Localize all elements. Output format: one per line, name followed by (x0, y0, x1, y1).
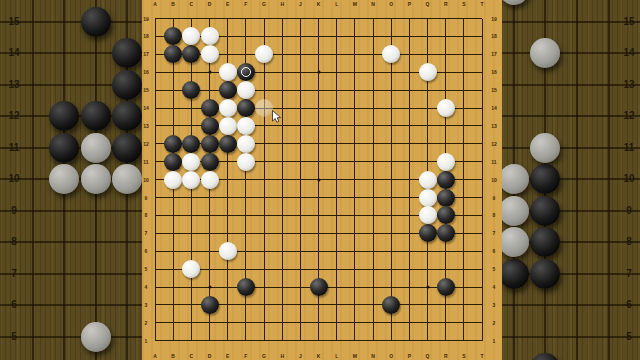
column-label-top: O (389, 1, 393, 6)
panel-stone-white (502, 196, 529, 226)
grid-line-vertical (463, 19, 464, 341)
row-label-left: 13 (143, 123, 149, 128)
grid-line-vertical (409, 19, 410, 341)
stone-black (164, 135, 182, 153)
row-label-left: 14 (143, 106, 149, 111)
right-blur-panel: 15141312111098765 (502, 0, 640, 360)
row-label-left: 17 (143, 52, 149, 57)
column-label-bottom: N (371, 353, 375, 358)
column-label-top: T (481, 1, 484, 6)
column-label-top: E (226, 1, 229, 6)
grid-line-vertical (354, 19, 355, 341)
grid-line-vertical (391, 19, 392, 341)
stone-black (219, 81, 237, 99)
grid-line-horizontal (502, 52, 640, 54)
stone-black (237, 99, 255, 117)
panel-stone-black (49, 133, 79, 163)
stone-white (182, 153, 200, 171)
row-label-left: 8 (145, 213, 148, 218)
stone-white (219, 63, 237, 81)
stone-black (437, 206, 455, 224)
grid-line-horizontal (0, 273, 142, 275)
column-label-top: H (280, 1, 284, 6)
stone-white (419, 171, 437, 189)
column-label-bottom: T (481, 353, 484, 358)
grid-line-horizontal (155, 269, 482, 270)
panel-stone-black (112, 70, 142, 100)
panel-stone-black (49, 101, 79, 131)
row-label-left: 11 (143, 159, 148, 164)
row-label-right: 13 (491, 123, 497, 128)
star-point (317, 71, 320, 74)
row-label-left: 5 (145, 267, 148, 272)
row-label-left: 9 (145, 195, 148, 200)
grid-line-vertical (482, 19, 483, 341)
stone-white (219, 117, 237, 135)
stone-black (182, 135, 200, 153)
row-label-left: 15 (143, 88, 149, 93)
row-label-right: 18 (491, 34, 497, 39)
column-label-top: G (262, 1, 266, 6)
stone-white (219, 242, 237, 260)
column-label-bottom: D (208, 353, 212, 358)
stone-white (237, 81, 255, 99)
ghost-stone-preview (255, 99, 273, 117)
row-label-right: 10 (491, 177, 497, 182)
panel-stone-white (502, 0, 529, 5)
column-label-top: A (153, 1, 157, 6)
column-label-bottom: K (317, 353, 321, 358)
column-label-top: Q (426, 1, 430, 6)
row-label-right: 19 (491, 16, 497, 21)
row-label-right: 1 (493, 338, 496, 343)
panel-stone-black (81, 7, 111, 37)
row-label-right: 8 (493, 213, 496, 218)
column-label-top: J (299, 1, 302, 6)
stone-white (382, 45, 400, 63)
column-label-top: D (208, 1, 212, 6)
row-label-left: 2 (145, 320, 148, 325)
star-point (208, 71, 211, 74)
row-label-left: 1 (145, 338, 148, 343)
panel-stone-black (530, 164, 560, 194)
row-label-right: 2 (493, 320, 496, 325)
row-label-left: 18 (143, 34, 149, 39)
stone-black (182, 81, 200, 99)
grid-line-horizontal (502, 304, 640, 306)
panel-stone-black (112, 38, 142, 68)
stone-white (255, 45, 273, 63)
row-label-right: 17 (491, 52, 497, 57)
grid-line-horizontal (0, 210, 142, 212)
panel-row-label: 14 (8, 48, 19, 58)
star-point (208, 286, 211, 289)
row-label-left: 3 (145, 302, 148, 307)
panel-row-label: 11 (624, 143, 635, 153)
panel-stone-white (81, 133, 111, 163)
row-label-left: 6 (145, 249, 148, 254)
panel-stone-white (530, 38, 560, 68)
column-label-bottom: H (280, 353, 284, 358)
panel-row-label: 10 (623, 174, 634, 184)
stone-black (310, 278, 328, 296)
column-label-top: L (335, 1, 338, 6)
panel-stone-black (112, 101, 142, 131)
column-label-bottom: P (408, 353, 411, 358)
grid-line-horizontal (0, 304, 142, 306)
stone-white (182, 260, 200, 278)
panel-row-label: 14 (623, 48, 634, 58)
panel-stone-black (530, 196, 560, 226)
stone-black (201, 135, 219, 153)
stone-white (201, 171, 219, 189)
panel-stone-black (112, 133, 142, 163)
panel-row-label: 13 (8, 80, 19, 90)
row-label-left: 4 (145, 285, 148, 290)
stone-black (164, 153, 182, 171)
panel-row-label: 8 (11, 237, 17, 247)
column-label-bottom: G (262, 353, 266, 358)
panel-row-label: 15 (623, 17, 634, 27)
column-label-top: P (408, 1, 411, 6)
row-label-right: 14 (491, 106, 497, 111)
column-label-top: F (244, 1, 247, 6)
panel-stone-white (502, 227, 529, 257)
column-label-top: R (444, 1, 448, 6)
star-point (426, 286, 429, 289)
panel-stone-black (502, 259, 529, 289)
column-label-bottom: E (226, 353, 229, 358)
grid-line-horizontal (502, 147, 640, 149)
column-label-bottom: L (335, 353, 338, 358)
grid-line-horizontal (155, 251, 482, 252)
video-frame: 15141312111098765 AABBCCDDEEFFGGHHJJKKLL… (0, 0, 640, 360)
column-label-bottom: M (353, 353, 357, 358)
row-label-right: 15 (491, 88, 497, 93)
stone-black (219, 135, 237, 153)
column-label-bottom: O (389, 353, 393, 358)
row-label-right: 11 (491, 159, 496, 164)
panel-row-label: 15 (8, 17, 19, 27)
row-label-left: 10 (143, 177, 149, 182)
stone-white (201, 45, 219, 63)
panel-stone-white (112, 164, 142, 194)
panel-stone-white (49, 164, 79, 194)
left-blur-panel: 15141312111098765 (0, 0, 142, 360)
stone-black (164, 45, 182, 63)
stone-white (164, 171, 182, 189)
panel-row-label: 7 (626, 269, 632, 279)
panel-row-label: 5 (626, 332, 632, 342)
stone-black (201, 117, 219, 135)
grid-line-horizontal (0, 241, 142, 243)
row-label-right: 3 (493, 302, 496, 307)
column-label-bottom: A (153, 353, 157, 358)
column-label-bottom: S (462, 353, 465, 358)
stone-white (419, 63, 437, 81)
stone-black (437, 278, 455, 296)
panel-stone-black (530, 259, 560, 289)
grid-line-vertical (336, 19, 337, 341)
grid-line-horizontal (502, 84, 640, 86)
panel-row-label: 9 (626, 206, 632, 216)
column-label-top: S (462, 1, 465, 6)
panel-row-label: 6 (626, 300, 632, 310)
grid-line-horizontal (155, 340, 482, 341)
stone-black (382, 296, 400, 314)
stone-black (237, 63, 255, 81)
column-label-bottom: R (444, 353, 448, 358)
grid-line-horizontal (155, 322, 482, 323)
stone-black (437, 224, 455, 242)
column-label-bottom: J (299, 353, 302, 358)
panel-row-label: 12 (8, 111, 19, 121)
column-label-bottom: C (190, 353, 194, 358)
stone-black (182, 45, 200, 63)
stone-black (437, 171, 455, 189)
stone-black (201, 296, 219, 314)
panel-row-label: 11 (9, 143, 20, 153)
stone-white (237, 153, 255, 171)
grid-line-horizontal (0, 21, 142, 23)
panel-stone-black (530, 353, 560, 360)
column-label-bottom: B (171, 353, 175, 358)
panel-row-label: 9 (11, 206, 17, 216)
grid-line-horizontal (502, 21, 640, 23)
row-label-right: 9 (493, 195, 496, 200)
go-board[interactable]: AABBCCDDEEFFGGHHJJKKLLMMNNOOPPQQRRSSTT19… (142, 0, 502, 360)
panel-stone-white (81, 164, 111, 194)
panel-row-label: 8 (626, 237, 632, 247)
stone-white (419, 189, 437, 207)
column-label-bottom: Q (426, 353, 430, 358)
panel-row-label: 12 (623, 111, 634, 121)
column-label-bottom: F (244, 353, 247, 358)
column-label-top: K (317, 1, 321, 6)
stone-black (201, 99, 219, 117)
panel-stone-white (502, 164, 529, 194)
panel-stone-black (530, 227, 560, 257)
panel-row-label: 6 (11, 300, 17, 310)
stone-white (419, 206, 437, 224)
column-label-top: N (371, 1, 375, 6)
stone-white (237, 117, 255, 135)
row-label-left: 7 (145, 231, 148, 236)
stone-white (201, 27, 219, 45)
row-label-right: 5 (493, 267, 496, 272)
panel-stone-black (81, 101, 111, 131)
stone-black (237, 278, 255, 296)
grid-line-horizontal (502, 115, 640, 117)
panel-stone-white (81, 322, 111, 352)
grid-line-horizontal (0, 336, 142, 338)
grid-line-horizontal (502, 336, 640, 338)
stone-white (437, 99, 455, 117)
panel-row-label: 7 (11, 269, 17, 279)
stone-black (419, 224, 437, 242)
panel-row-label: 10 (8, 174, 19, 184)
row-label-left: 16 (143, 70, 149, 75)
panel-row-label: 13 (623, 80, 634, 90)
stone-white (182, 27, 200, 45)
row-label-right: 12 (491, 141, 497, 146)
stone-white (237, 135, 255, 153)
panel-row-label: 5 (11, 332, 17, 342)
row-label-right: 16 (491, 70, 497, 75)
row-label-right: 7 (493, 231, 496, 236)
row-label-right: 4 (493, 285, 496, 290)
stone-white (182, 171, 200, 189)
panel-stone-white (530, 133, 560, 163)
stone-black (164, 27, 182, 45)
column-label-top: C (190, 1, 194, 6)
row-label-left: 19 (143, 16, 149, 21)
column-label-top: M (353, 1, 357, 6)
stone-white (437, 153, 455, 171)
stone-black (437, 189, 455, 207)
grid-line-vertical (373, 19, 374, 341)
row-label-right: 6 (493, 249, 496, 254)
stone-black (201, 153, 219, 171)
column-label-top: B (171, 1, 175, 6)
row-label-left: 12 (143, 141, 149, 146)
stone-white (219, 99, 237, 117)
last-move-marker (241, 67, 251, 77)
star-point (317, 178, 320, 181)
